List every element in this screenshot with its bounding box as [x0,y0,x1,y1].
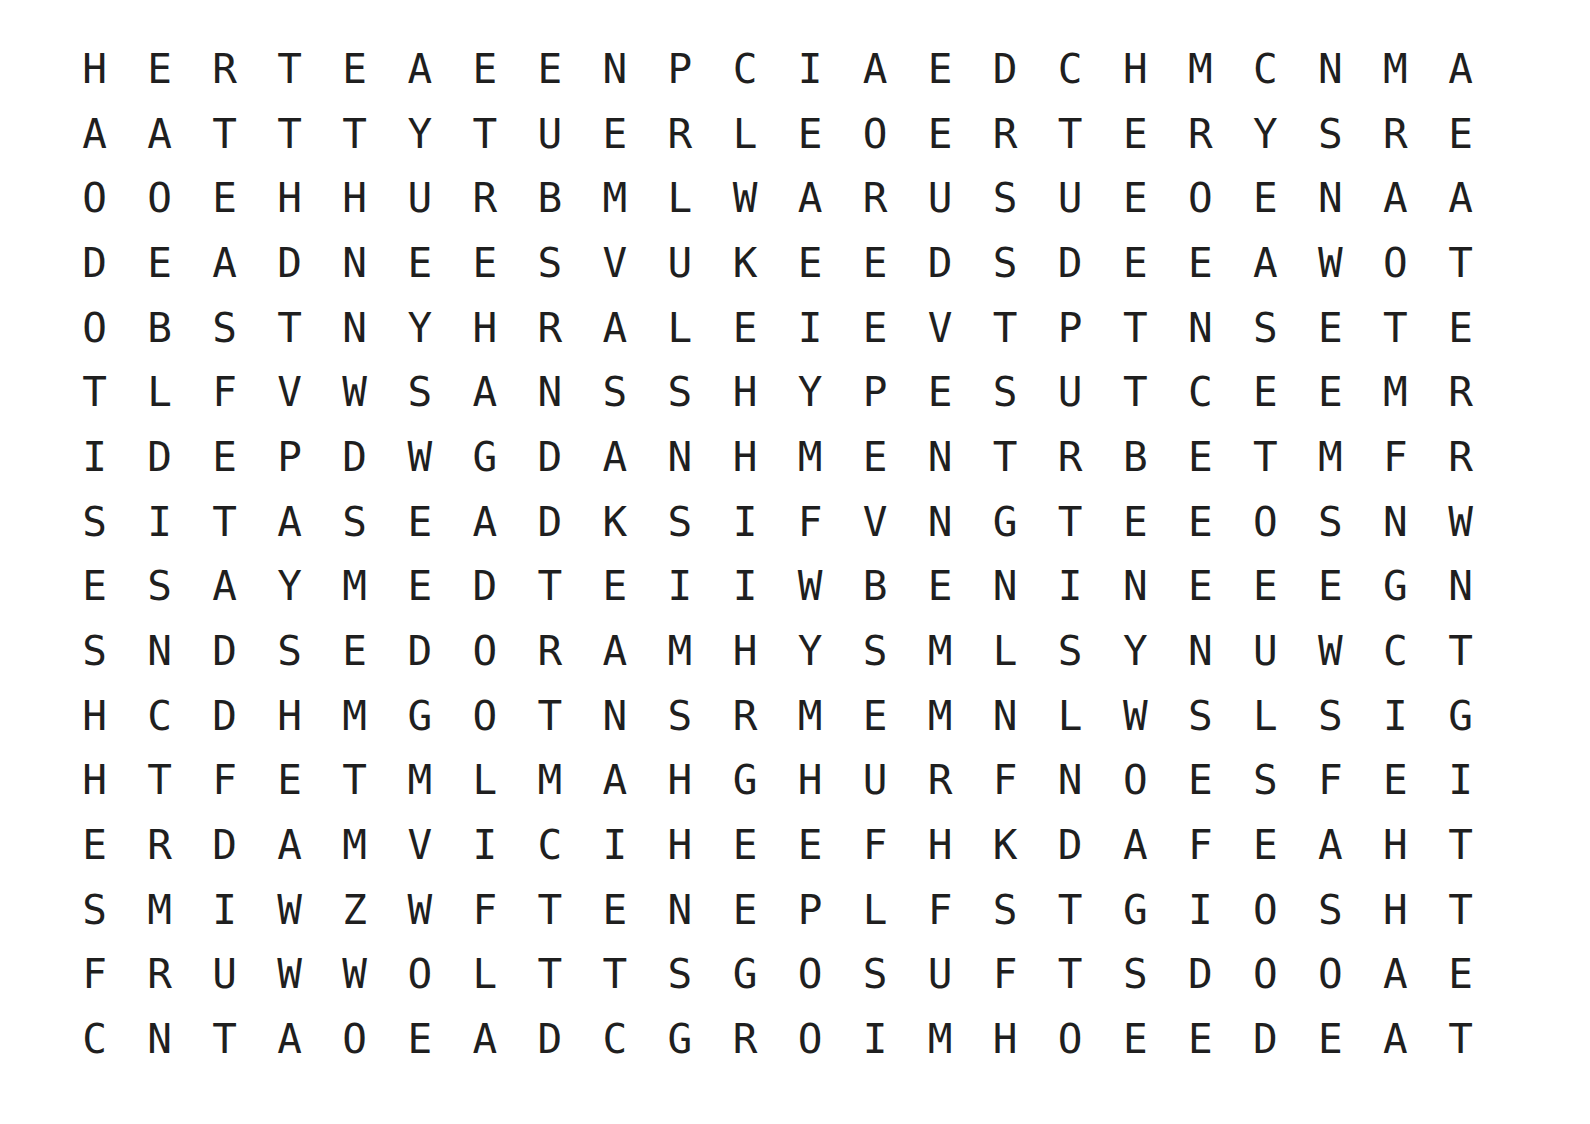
grid-cell-r16c6[interactable]: E [387,1007,452,1072]
grid-cell-r8c16[interactable]: T [1038,490,1103,555]
grid-cell-r7c1[interactable]: I [62,425,127,490]
grid-cell-r3c10[interactable]: L [647,166,712,231]
grid-cell-r2c5[interactable]: T [322,102,387,167]
grid-cell-r3c9[interactable]: M [582,166,647,231]
grid-cell-r2c13[interactable]: O [843,102,908,167]
grid-cell-r14c6[interactable]: W [387,878,452,943]
grid-cell-r11c21[interactable]: I [1363,684,1428,749]
grid-cell-r10c2[interactable]: N [127,619,192,684]
grid-cell-r7c22[interactable]: R [1428,425,1493,490]
grid-cell-r14c10[interactable]: N [647,878,712,943]
grid-cell-r2c8[interactable]: U [517,102,582,167]
grid-cell-r15c22[interactable]: E [1428,943,1493,1008]
grid-cell-r13c10[interactable]: H [647,813,712,878]
grid-cell-r7c12[interactable]: M [778,425,843,490]
grid-cell-r9c10[interactable]: I [647,555,712,620]
grid-cell-r6c15[interactable]: S [973,360,1038,425]
grid-cell-r3c5[interactable]: H [322,166,387,231]
grid-cell-r9c11[interactable]: I [712,555,777,620]
grid-cell-r11c15[interactable]: N [973,684,1038,749]
grid-cell-r5c15[interactable]: T [973,296,1038,361]
grid-cell-r13c22[interactable]: T [1428,813,1493,878]
grid-cell-r6c16[interactable]: U [1038,360,1103,425]
grid-cell-r11c7[interactable]: O [452,684,517,749]
grid-cell-r5c21[interactable]: T [1363,296,1428,361]
grid-cell-r10c12[interactable]: Y [778,619,843,684]
grid-cell-r7c10[interactable]: N [647,425,712,490]
grid-cell-r5c12[interactable]: I [778,296,843,361]
grid-cell-r1c12[interactable]: I [778,37,843,102]
grid-cell-r8c3[interactable]: T [192,490,257,555]
grid-cell-r16c20[interactable]: E [1298,1007,1363,1072]
grid-cell-r15c17[interactable]: S [1103,943,1168,1008]
grid-cell-r10c16[interactable]: S [1038,619,1103,684]
grid-cell-r11c16[interactable]: L [1038,684,1103,749]
grid-cell-r8c11[interactable]: I [712,490,777,555]
grid-cell-r10c21[interactable]: C [1363,619,1428,684]
grid-cell-r12c6[interactable]: M [387,749,452,814]
grid-cell-r4c13[interactable]: E [843,231,908,296]
grid-cell-r14c5[interactable]: Z [322,878,387,943]
grid-cell-r11c20[interactable]: S [1298,684,1363,749]
grid-cell-r2c9[interactable]: E [582,102,647,167]
grid-cell-r4c22[interactable]: T [1428,231,1493,296]
grid-cell-r15c4[interactable]: W [257,943,322,1008]
grid-cell-r7c2[interactable]: D [127,425,192,490]
grid-cell-r3c20[interactable]: N [1298,166,1363,231]
grid-cell-r8c5[interactable]: S [322,490,387,555]
grid-cell-r16c21[interactable]: A [1363,1007,1428,1072]
grid-cell-r14c3[interactable]: I [192,878,257,943]
grid-cell-r15c20[interactable]: O [1298,943,1363,1008]
grid-cell-r2c12[interactable]: E [778,102,843,167]
grid-cell-r8c9[interactable]: K [582,490,647,555]
grid-cell-r5c16[interactable]: P [1038,296,1103,361]
grid-cell-r13c17[interactable]: A [1103,813,1168,878]
grid-cell-r6c14[interactable]: E [908,360,973,425]
grid-cell-r7c19[interactable]: T [1233,425,1298,490]
grid-cell-r14c22[interactable]: T [1428,878,1493,943]
grid-cell-r2c3[interactable]: T [192,102,257,167]
grid-cell-r14c19[interactable]: O [1233,878,1298,943]
grid-cell-r7c7[interactable]: G [452,425,517,490]
grid-cell-r4c17[interactable]: E [1103,231,1168,296]
grid-cell-r9c3[interactable]: A [192,555,257,620]
grid-cell-r5c11[interactable]: E [712,296,777,361]
grid-cell-r4c18[interactable]: E [1168,231,1233,296]
grid-cell-r8c10[interactable]: S [647,490,712,555]
grid-cell-r3c6[interactable]: U [387,166,452,231]
grid-cell-r6c20[interactable]: E [1298,360,1363,425]
grid-cell-r15c3[interactable]: U [192,943,257,1008]
grid-cell-r14c14[interactable]: F [908,878,973,943]
grid-cell-r13c18[interactable]: F [1168,813,1233,878]
grid-cell-r6c13[interactable]: P [843,360,908,425]
grid-cell-r3c14[interactable]: U [908,166,973,231]
grid-cell-r7c4[interactable]: P [257,425,322,490]
grid-cell-r12c1[interactable]: H [62,749,127,814]
grid-cell-r2c4[interactable]: T [257,102,322,167]
grid-cell-r5c3[interactable]: S [192,296,257,361]
grid-cell-r2c15[interactable]: R [973,102,1038,167]
grid-cell-r16c10[interactable]: G [647,1007,712,1072]
grid-cell-r13c4[interactable]: A [257,813,322,878]
grid-cell-r4c14[interactable]: D [908,231,973,296]
grid-cell-r1c4[interactable]: T [257,37,322,102]
grid-cell-r11c2[interactable]: C [127,684,192,749]
grid-cell-r4c21[interactable]: O [1363,231,1428,296]
grid-cell-r16c14[interactable]: M [908,1007,973,1072]
grid-cell-r4c20[interactable]: W [1298,231,1363,296]
grid-cell-r3c7[interactable]: R [452,166,517,231]
grid-cell-r10c8[interactable]: R [517,619,582,684]
grid-cell-r5c7[interactable]: H [452,296,517,361]
grid-cell-r6c2[interactable]: L [127,360,192,425]
grid-cell-r4c19[interactable]: A [1233,231,1298,296]
grid-cell-r7c18[interactable]: E [1168,425,1233,490]
grid-cell-r13c19[interactable]: E [1233,813,1298,878]
grid-cell-r2c20[interactable]: S [1298,102,1363,167]
grid-cell-r14c4[interactable]: W [257,878,322,943]
grid-cell-r8c8[interactable]: D [517,490,582,555]
grid-cell-r2c16[interactable]: T [1038,102,1103,167]
grid-cell-r8c21[interactable]: N [1363,490,1428,555]
grid-cell-r9c2[interactable]: S [127,555,192,620]
grid-cell-r12c11[interactable]: G [712,749,777,814]
grid-cell-r7c17[interactable]: B [1103,425,1168,490]
grid-cell-r14c7[interactable]: F [452,878,517,943]
grid-cell-r11c10[interactable]: S [647,684,712,749]
grid-cell-r3c8[interactable]: B [517,166,582,231]
grid-cell-r12c4[interactable]: E [257,749,322,814]
grid-cell-r3c17[interactable]: E [1103,166,1168,231]
grid-cell-r8c17[interactable]: E [1103,490,1168,555]
grid-cell-r16c5[interactable]: O [322,1007,387,1072]
grid-cell-r10c20[interactable]: W [1298,619,1363,684]
grid-cell-r11c3[interactable]: D [192,684,257,749]
grid-cell-r5c2[interactable]: B [127,296,192,361]
grid-cell-r12c7[interactable]: L [452,749,517,814]
grid-cell-r15c7[interactable]: L [452,943,517,1008]
grid-cell-r1c2[interactable]: E [127,37,192,102]
grid-cell-r10c6[interactable]: D [387,619,452,684]
grid-cell-r11c18[interactable]: S [1168,684,1233,749]
grid-cell-r2c19[interactable]: Y [1233,102,1298,167]
grid-cell-r15c6[interactable]: O [387,943,452,1008]
grid-cell-r6c18[interactable]: C [1168,360,1233,425]
grid-cell-r13c2[interactable]: R [127,813,192,878]
grid-cell-r9c8[interactable]: T [517,555,582,620]
grid-cell-r10c19[interactable]: U [1233,619,1298,684]
grid-cell-r4c10[interactable]: U [647,231,712,296]
grid-cell-r16c7[interactable]: A [452,1007,517,1072]
grid-cell-r8c6[interactable]: E [387,490,452,555]
grid-cell-r11c4[interactable]: H [257,684,322,749]
grid-cell-r16c17[interactable]: E [1103,1007,1168,1072]
grid-cell-r6c19[interactable]: E [1233,360,1298,425]
grid-cell-r15c11[interactable]: G [712,943,777,1008]
grid-cell-r14c20[interactable]: S [1298,878,1363,943]
grid-cell-r13c7[interactable]: I [452,813,517,878]
grid-cell-r12c3[interactable]: F [192,749,257,814]
grid-cell-r11c6[interactable]: G [387,684,452,749]
grid-cell-r13c3[interactable]: D [192,813,257,878]
grid-cell-r4c9[interactable]: V [582,231,647,296]
grid-cell-r3c22[interactable]: A [1428,166,1493,231]
grid-cell-r16c12[interactable]: O [778,1007,843,1072]
grid-cell-r1c7[interactable]: E [452,37,517,102]
grid-cell-r2c2[interactable]: A [127,102,192,167]
grid-cell-r7c3[interactable]: E [192,425,257,490]
grid-cell-r14c12[interactable]: P [778,878,843,943]
grid-cell-r11c19[interactable]: L [1233,684,1298,749]
grid-cell-r13c12[interactable]: E [778,813,843,878]
grid-cell-r15c10[interactable]: S [647,943,712,1008]
grid-cell-r16c4[interactable]: A [257,1007,322,1072]
grid-cell-r3c16[interactable]: U [1038,166,1103,231]
grid-cell-r10c5[interactable]: E [322,619,387,684]
grid-cell-r14c2[interactable]: M [127,878,192,943]
grid-cell-r14c1[interactable]: S [62,878,127,943]
grid-cell-r10c14[interactable]: M [908,619,973,684]
grid-cell-r5c19[interactable]: S [1233,296,1298,361]
grid-cell-r11c5[interactable]: M [322,684,387,749]
grid-cell-r5c14[interactable]: V [908,296,973,361]
grid-cell-r11c8[interactable]: T [517,684,582,749]
grid-cell-r8c15[interactable]: G [973,490,1038,555]
grid-cell-r1c19[interactable]: C [1233,37,1298,102]
grid-cell-r2c18[interactable]: R [1168,102,1233,167]
grid-cell-r9c1[interactable]: E [62,555,127,620]
grid-cell-r12c16[interactable]: N [1038,749,1103,814]
grid-cell-r7c21[interactable]: F [1363,425,1428,490]
grid-cell-r5c5[interactable]: N [322,296,387,361]
grid-cell-r4c11[interactable]: K [712,231,777,296]
grid-cell-r1c9[interactable]: N [582,37,647,102]
grid-cell-r3c11[interactable]: W [712,166,777,231]
grid-cell-r9c15[interactable]: N [973,555,1038,620]
grid-cell-r10c18[interactable]: N [1168,619,1233,684]
grid-cell-r16c2[interactable]: N [127,1007,192,1072]
grid-cell-r13c16[interactable]: D [1038,813,1103,878]
grid-cell-r7c20[interactable]: M [1298,425,1363,490]
grid-cell-r5c8[interactable]: R [517,296,582,361]
grid-cell-r15c8[interactable]: T [517,943,582,1008]
grid-cell-r1c6[interactable]: A [387,37,452,102]
grid-cell-r16c19[interactable]: D [1233,1007,1298,1072]
grid-cell-r16c16[interactable]: O [1038,1007,1103,1072]
grid-cell-r5c1[interactable]: O [62,296,127,361]
grid-cell-r1c17[interactable]: H [1103,37,1168,102]
grid-cell-r5c20[interactable]: E [1298,296,1363,361]
grid-cell-r8c18[interactable]: E [1168,490,1233,555]
grid-cell-r4c1[interactable]: D [62,231,127,296]
grid-cell-r3c18[interactable]: O [1168,166,1233,231]
grid-cell-r3c4[interactable]: H [257,166,322,231]
grid-cell-r14c21[interactable]: H [1363,878,1428,943]
grid-cell-r11c14[interactable]: M [908,684,973,749]
grid-cell-r15c14[interactable]: U [908,943,973,1008]
grid-cell-r9c18[interactable]: E [1168,555,1233,620]
grid-cell-r8c20[interactable]: S [1298,490,1363,555]
grid-cell-r2c14[interactable]: E [908,102,973,167]
grid-cell-r15c1[interactable]: F [62,943,127,1008]
grid-cell-r5c4[interactable]: T [257,296,322,361]
grid-cell-r13c6[interactable]: V [387,813,452,878]
grid-cell-r4c16[interactable]: D [1038,231,1103,296]
grid-cell-r9c22[interactable]: N [1428,555,1493,620]
grid-cell-r12c13[interactable]: U [843,749,908,814]
grid-cell-r1c22[interactable]: A [1428,37,1493,102]
grid-cell-r9c17[interactable]: N [1103,555,1168,620]
grid-cell-r3c21[interactable]: A [1363,166,1428,231]
grid-cell-r10c1[interactable]: S [62,619,127,684]
grid-cell-r12c15[interactable]: F [973,749,1038,814]
grid-cell-r13c15[interactable]: K [973,813,1038,878]
grid-cell-r16c8[interactable]: D [517,1007,582,1072]
grid-cell-r13c5[interactable]: M [322,813,387,878]
grid-cell-r7c16[interactable]: R [1038,425,1103,490]
grid-cell-r14c11[interactable]: E [712,878,777,943]
grid-cell-r4c6[interactable]: E [387,231,452,296]
grid-cell-r2c7[interactable]: T [452,102,517,167]
grid-cell-r10c17[interactable]: Y [1103,619,1168,684]
grid-cell-r8c12[interactable]: F [778,490,843,555]
grid-cell-r6c7[interactable]: A [452,360,517,425]
grid-cell-r12c10[interactable]: H [647,749,712,814]
grid-cell-r6c4[interactable]: V [257,360,322,425]
grid-cell-r6c3[interactable]: F [192,360,257,425]
grid-cell-r1c13[interactable]: A [843,37,908,102]
grid-cell-r8c1[interactable]: S [62,490,127,555]
grid-cell-r4c12[interactable]: E [778,231,843,296]
grid-cell-r10c13[interactable]: S [843,619,908,684]
grid-cell-r5c18[interactable]: N [1168,296,1233,361]
grid-cell-r6c11[interactable]: H [712,360,777,425]
grid-cell-r13c20[interactable]: A [1298,813,1363,878]
grid-cell-r5c17[interactable]: T [1103,296,1168,361]
grid-cell-r15c19[interactable]: O [1233,943,1298,1008]
grid-cell-r8c13[interactable]: V [843,490,908,555]
grid-cell-r9c20[interactable]: E [1298,555,1363,620]
grid-cell-r12c8[interactable]: M [517,749,582,814]
grid-cell-r16c9[interactable]: C [582,1007,647,1072]
grid-cell-r16c13[interactable]: I [843,1007,908,1072]
grid-cell-r7c5[interactable]: D [322,425,387,490]
grid-cell-r15c13[interactable]: S [843,943,908,1008]
grid-cell-r13c14[interactable]: H [908,813,973,878]
grid-cell-r2c11[interactable]: L [712,102,777,167]
grid-cell-r13c13[interactable]: F [843,813,908,878]
grid-cell-r6c8[interactable]: N [517,360,582,425]
grid-cell-r2c6[interactable]: Y [387,102,452,167]
grid-cell-r13c21[interactable]: H [1363,813,1428,878]
grid-cell-r9c7[interactable]: D [452,555,517,620]
grid-cell-r9c9[interactable]: E [582,555,647,620]
grid-cell-r16c11[interactable]: R [712,1007,777,1072]
grid-cell-r16c15[interactable]: H [973,1007,1038,1072]
grid-cell-r11c22[interactable]: G [1428,684,1493,749]
grid-cell-r12c5[interactable]: T [322,749,387,814]
grid-cell-r6c12[interactable]: Y [778,360,843,425]
grid-cell-r12c21[interactable]: E [1363,749,1428,814]
grid-cell-r4c15[interactable]: S [973,231,1038,296]
grid-cell-r13c11[interactable]: E [712,813,777,878]
grid-cell-r12c19[interactable]: S [1233,749,1298,814]
grid-cell-r12c18[interactable]: E [1168,749,1233,814]
grid-cell-r15c12[interactable]: O [778,943,843,1008]
grid-cell-r12c22[interactable]: I [1428,749,1493,814]
grid-cell-r16c1[interactable]: C [62,1007,127,1072]
grid-cell-r14c15[interactable]: S [973,878,1038,943]
grid-cell-r5c10[interactable]: L [647,296,712,361]
grid-cell-r16c22[interactable]: T [1428,1007,1493,1072]
grid-cell-r10c9[interactable]: A [582,619,647,684]
grid-cell-r8c4[interactable]: A [257,490,322,555]
grid-cell-r1c15[interactable]: D [973,37,1038,102]
grid-cell-r1c10[interactable]: P [647,37,712,102]
grid-cell-r3c15[interactable]: S [973,166,1038,231]
grid-cell-r6c9[interactable]: S [582,360,647,425]
grid-cell-r8c7[interactable]: A [452,490,517,555]
grid-cell-r1c16[interactable]: C [1038,37,1103,102]
grid-cell-r15c18[interactable]: D [1168,943,1233,1008]
grid-cell-r5c22[interactable]: E [1428,296,1493,361]
grid-cell-r4c8[interactable]: S [517,231,582,296]
grid-cell-r1c5[interactable]: E [322,37,387,102]
grid-cell-r2c17[interactable]: E [1103,102,1168,167]
grid-cell-r7c14[interactable]: N [908,425,973,490]
grid-cell-r6c17[interactable]: T [1103,360,1168,425]
grid-cell-r9c16[interactable]: I [1038,555,1103,620]
grid-cell-r10c7[interactable]: O [452,619,517,684]
grid-cell-r9c4[interactable]: Y [257,555,322,620]
grid-cell-r7c13[interactable]: E [843,425,908,490]
grid-cell-r14c18[interactable]: I [1168,878,1233,943]
grid-cell-r4c7[interactable]: E [452,231,517,296]
grid-cell-r8c22[interactable]: W [1428,490,1493,555]
grid-cell-r11c11[interactable]: R [712,684,777,749]
grid-cell-r6c1[interactable]: T [62,360,127,425]
grid-cell-r5c13[interactable]: E [843,296,908,361]
grid-cell-r2c10[interactable]: R [647,102,712,167]
grid-cell-r14c9[interactable]: E [582,878,647,943]
grid-cell-r1c21[interactable]: M [1363,37,1428,102]
grid-cell-r5c9[interactable]: A [582,296,647,361]
grid-cell-r12c17[interactable]: O [1103,749,1168,814]
grid-cell-r7c11[interactable]: H [712,425,777,490]
grid-cell-r5c6[interactable]: Y [387,296,452,361]
grid-cell-r7c15[interactable]: T [973,425,1038,490]
grid-cell-r6c22[interactable]: R [1428,360,1493,425]
grid-cell-r9c21[interactable]: G [1363,555,1428,620]
grid-cell-r12c9[interactable]: A [582,749,647,814]
grid-cell-r10c11[interactable]: H [712,619,777,684]
grid-cell-r9c5[interactable]: M [322,555,387,620]
grid-cell-r15c9[interactable]: T [582,943,647,1008]
grid-cell-r6c5[interactable]: W [322,360,387,425]
grid-cell-r15c5[interactable]: W [322,943,387,1008]
grid-cell-r2c22[interactable]: E [1428,102,1493,167]
grid-cell-r1c14[interactable]: E [908,37,973,102]
grid-cell-r16c3[interactable]: T [192,1007,257,1072]
grid-cell-r4c5[interactable]: N [322,231,387,296]
grid-cell-r9c19[interactable]: E [1233,555,1298,620]
grid-cell-r16c18[interactable]: E [1168,1007,1233,1072]
grid-cell-r1c3[interactable]: R [192,37,257,102]
grid-cell-r6c6[interactable]: S [387,360,452,425]
grid-cell-r12c14[interactable]: R [908,749,973,814]
